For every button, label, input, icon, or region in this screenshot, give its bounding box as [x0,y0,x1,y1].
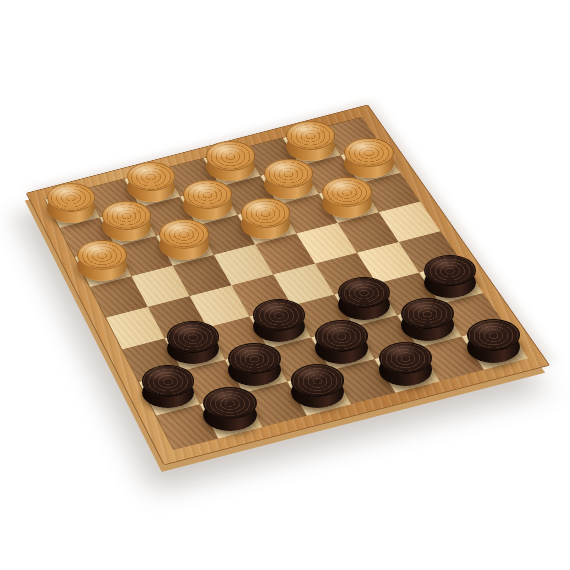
checker-top: ⛂ [228,343,281,375]
checker-top: ⛂ [203,387,257,419]
checker-top: ⛀ [206,141,255,170]
checker-top: ⛂ [315,320,368,352]
checker-top: ⛂ [467,319,521,351]
checker-top: ⛂ [142,365,195,397]
checker-light[interactable]: ⛀ [264,159,313,199]
checker-light[interactable]: ⛀ [47,183,96,223]
checker-dark[interactable]: ⛂ [253,299,305,342]
checker-light[interactable]: ⛀ [77,240,127,281]
checker-light[interactable]: ⛀ [159,219,209,260]
checker-dark[interactable]: ⛂ [291,364,345,408]
checker-dark[interactable]: ⛂ [228,343,281,386]
checker-light[interactable]: ⛀ [183,180,232,220]
checker-dark[interactable]: ⛂ [401,298,454,341]
checker-dark[interactable]: ⛂ [203,387,257,431]
checker-top: ⛀ [286,121,335,150]
checker-light[interactable]: ⛀ [206,141,255,181]
checker-light[interactable]: ⛀ [241,198,291,239]
checker-dark[interactable]: ⛂ [424,255,476,298]
checker-dark[interactable]: ⛂ [379,342,433,386]
checker-top: ⛀ [322,177,372,207]
checker-top: ⛂ [424,255,476,286]
checker-top: ⛀ [183,180,232,210]
checker-top: ⛂ [253,299,305,330]
checker-top: ⛀ [47,183,96,212]
checker-dark[interactable]: ⛂ [142,365,195,408]
checker-dark[interactable]: ⛂ [315,320,368,363]
checker-top: ⛀ [159,219,209,249]
checker-dark[interactable]: ⛂ [167,321,219,364]
checker-top: ⛂ [291,364,345,396]
checker-dark[interactable]: ⛂ [467,319,521,363]
checker-top: ⛀ [264,159,313,189]
checker-top: ⛀ [241,198,291,228]
checker-light[interactable]: ⛀ [322,177,372,218]
checker-light[interactable]: ⛀ [286,121,335,161]
checkers-set-photo: ⛀⛀⛀⛀⛀⛀⛀⛀⛀⛀⛀⛀⛂⛂⛂⛂⛂⛂⛂⛂⛂⛂⛂⛂ [0,0,570,570]
checker-top: ⛀ [344,138,393,168]
checker-light[interactable]: ⛀ [344,138,393,178]
checker-dark[interactable]: ⛂ [338,277,390,320]
checker-top: ⛀ [77,240,127,270]
checker-top: ⛀ [127,162,176,191]
checker-top: ⛀ [102,201,151,231]
checker-light[interactable]: ⛀ [127,162,176,202]
checker-top: ⛂ [167,321,219,352]
checker-light[interactable]: ⛀ [102,201,151,241]
checker-top: ⛂ [379,342,433,374]
